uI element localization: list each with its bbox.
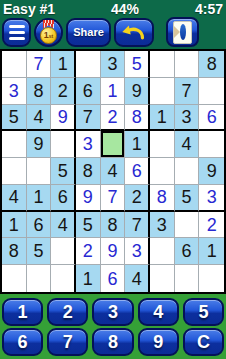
cell-r1c7[interactable] bbox=[150, 51, 175, 78]
cell-r5c7[interactable] bbox=[150, 158, 175, 185]
numpad-button-8[interactable]: 8 bbox=[92, 328, 133, 356]
notes-button[interactable] bbox=[166, 17, 199, 47]
cell-r5c6[interactable]: 6 bbox=[125, 158, 150, 185]
medal-icon: 1st bbox=[40, 27, 57, 44]
cell-r7c6[interactable]: 7 bbox=[125, 212, 150, 239]
progress-percent: 44% bbox=[111, 1, 139, 17]
cell-r4c9[interactable] bbox=[199, 131, 224, 158]
cell-r6c4[interactable]: 9 bbox=[76, 185, 101, 212]
cell-r3c4[interactable]: 7 bbox=[76, 105, 101, 132]
cell-r5c8[interactable] bbox=[175, 158, 200, 185]
cell-r1c8[interactable] bbox=[175, 51, 200, 78]
undo-button[interactable] bbox=[114, 18, 154, 47]
sudoku-app: Easy #1 44% 4:57 1st Share bbox=[0, 0, 226, 359]
cell-r9c1[interactable] bbox=[2, 265, 27, 292]
cell-r4c6[interactable]: 1 bbox=[125, 131, 150, 158]
cell-r4c1[interactable] bbox=[2, 131, 27, 158]
puzzle-title: Easy #1 bbox=[3, 1, 55, 17]
cell-r7c2[interactable]: 6 bbox=[27, 212, 52, 239]
cell-r6c1[interactable]: 4 bbox=[2, 185, 27, 212]
cell-r4c3[interactable] bbox=[51, 131, 76, 158]
cell-r6c3[interactable]: 6 bbox=[51, 185, 76, 212]
toolbar: 1st Share bbox=[2, 17, 199, 47]
share-label: Share bbox=[73, 26, 104, 38]
cell-r5c1[interactable] bbox=[2, 158, 27, 185]
cell-r5c3[interactable]: 5 bbox=[51, 158, 76, 185]
cell-r3c9[interactable]: 6 bbox=[199, 105, 224, 132]
cell-r1c6[interactable]: 5 bbox=[125, 51, 150, 78]
numpad-button-2[interactable]: 2 bbox=[47, 298, 88, 326]
cell-r2c2[interactable]: 8 bbox=[27, 78, 52, 105]
number-pad: 12345 6789C bbox=[0, 298, 226, 356]
cell-r3c8[interactable]: 3 bbox=[175, 105, 200, 132]
cell-r9c7[interactable] bbox=[150, 265, 175, 292]
menu-icon bbox=[9, 25, 25, 28]
cell-r9c6[interactable]: 4 bbox=[125, 265, 150, 292]
cell-r6c8[interactable]: 5 bbox=[175, 185, 200, 212]
cell-r7c3[interactable]: 4 bbox=[51, 212, 76, 239]
cell-r8c2[interactable]: 5 bbox=[27, 238, 52, 265]
cell-r8c8[interactable]: 6 bbox=[175, 238, 200, 265]
numpad-button-7[interactable]: 7 bbox=[47, 328, 88, 356]
cell-r3c5[interactable]: 2 bbox=[101, 105, 126, 132]
cell-r2c4[interactable]: 6 bbox=[76, 78, 101, 105]
cell-r6c5[interactable]: 7 bbox=[101, 185, 126, 212]
status-bar: Easy #1 44% 4:57 bbox=[0, 0, 226, 17]
cell-r2c8[interactable]: 7 bbox=[175, 78, 200, 105]
numpad-button-5[interactable]: 5 bbox=[183, 298, 224, 326]
cell-r2c5[interactable]: 1 bbox=[101, 78, 126, 105]
menu-button[interactable] bbox=[2, 18, 31, 47]
cell-r1c2[interactable]: 7 bbox=[27, 51, 52, 78]
cell-r9c2[interactable] bbox=[27, 265, 52, 292]
numpad-button-3[interactable]: 3 bbox=[92, 298, 133, 326]
cell-r8c3[interactable] bbox=[51, 238, 76, 265]
cell-r9c8[interactable] bbox=[175, 265, 200, 292]
cell-r8c4[interactable]: 2 bbox=[76, 238, 101, 265]
cell-r5c4[interactable]: 8 bbox=[76, 158, 101, 185]
number-pad-row-1: 12345 bbox=[2, 298, 224, 326]
cell-r1c1[interactable] bbox=[2, 51, 27, 78]
notes-book-icon bbox=[173, 21, 192, 44]
cell-r9c5[interactable]: 6 bbox=[101, 265, 126, 292]
cell-r6c6[interactable]: 2 bbox=[125, 185, 150, 212]
share-button[interactable]: Share bbox=[66, 18, 111, 47]
cell-r8c9[interactable]: 1 bbox=[199, 238, 224, 265]
cell-r3c7[interactable]: 1 bbox=[150, 105, 175, 132]
cell-r4c2[interactable]: 9 bbox=[27, 131, 52, 158]
numpad-button-C[interactable]: C bbox=[183, 328, 224, 356]
cell-r2c1[interactable]: 3 bbox=[2, 78, 27, 105]
cell-r8c6[interactable]: 3 bbox=[125, 238, 150, 265]
cell-r1c4[interactable] bbox=[76, 51, 101, 78]
cell-r8c5[interactable]: 9 bbox=[101, 238, 126, 265]
cell-r3c2[interactable]: 4 bbox=[27, 105, 52, 132]
cell-r2c9[interactable] bbox=[199, 78, 224, 105]
cell-r7c7[interactable]: 3 bbox=[150, 212, 175, 239]
cell-r5c9[interactable]: 9 bbox=[199, 158, 224, 185]
numpad-button-6[interactable]: 6 bbox=[2, 328, 43, 356]
cell-r4c5[interactable] bbox=[101, 131, 126, 158]
cell-r8c1[interactable]: 8 bbox=[2, 238, 27, 265]
numpad-button-1[interactable]: 1 bbox=[2, 298, 43, 326]
cell-r6c2[interactable]: 1 bbox=[27, 185, 52, 212]
undo-icon bbox=[121, 22, 147, 42]
cell-r1c5[interactable]: 3 bbox=[101, 51, 126, 78]
cell-r1c9[interactable]: 8 bbox=[199, 51, 224, 78]
cell-r6c7[interactable]: 8 bbox=[150, 185, 175, 212]
cell-r4c4[interactable]: 3 bbox=[76, 131, 101, 158]
cell-r3c6[interactable]: 8 bbox=[125, 105, 150, 132]
cell-r3c1[interactable]: 5 bbox=[2, 105, 27, 132]
timer: 4:57 bbox=[195, 1, 223, 17]
cell-r9c9[interactable] bbox=[199, 265, 224, 292]
sudoku-grid: 7135838261975497281369314584694169728531… bbox=[0, 49, 226, 294]
cell-r9c3[interactable] bbox=[51, 265, 76, 292]
cell-r4c7[interactable] bbox=[150, 131, 175, 158]
cell-r2c3[interactable]: 2 bbox=[51, 78, 76, 105]
cell-r7c8[interactable] bbox=[175, 212, 200, 239]
cell-r7c5[interactable]: 8 bbox=[101, 212, 126, 239]
cell-r2c7[interactable] bbox=[150, 78, 175, 105]
cell-r7c4[interactable]: 5 bbox=[76, 212, 101, 239]
cell-r4c8[interactable]: 4 bbox=[175, 131, 200, 158]
numpad-button-9[interactable]: 9 bbox=[138, 328, 179, 356]
cell-r7c9[interactable]: 2 bbox=[199, 212, 224, 239]
cell-r5c2[interactable] bbox=[27, 158, 52, 185]
cell-r8c7[interactable] bbox=[150, 238, 175, 265]
numpad-button-4[interactable]: 4 bbox=[138, 298, 179, 326]
cell-r2c6[interactable]: 9 bbox=[125, 78, 150, 105]
cell-r3c3[interactable]: 9 bbox=[51, 105, 76, 132]
cell-r5c5[interactable]: 4 bbox=[101, 158, 126, 185]
medal-button[interactable]: 1st bbox=[34, 18, 63, 47]
cell-r1c3[interactable]: 1 bbox=[51, 51, 76, 78]
cell-r6c9[interactable]: 3 bbox=[199, 185, 224, 212]
cell-r7c1[interactable]: 1 bbox=[2, 212, 27, 239]
cell-r9c4[interactable]: 1 bbox=[76, 265, 101, 292]
number-pad-row-2: 6789C bbox=[2, 328, 224, 356]
